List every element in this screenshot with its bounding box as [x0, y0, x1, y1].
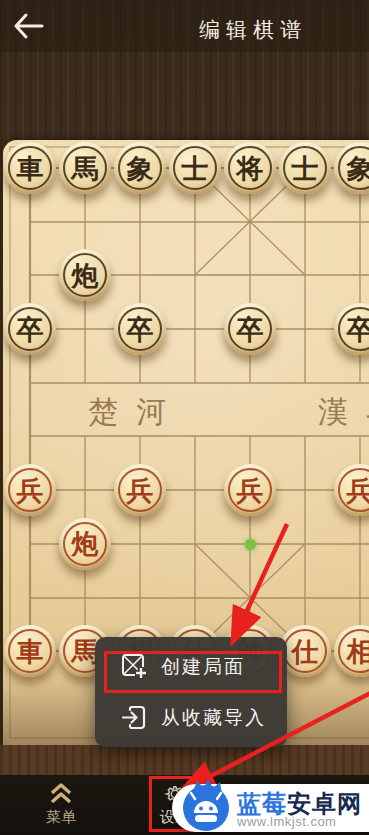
double-chevron-up-icon [48, 783, 74, 805]
nav-item-menu[interactable]: 菜单 [26, 775, 96, 835]
popup-item-import-favorites[interactable]: 从收藏导入 [95, 693, 287, 743]
popup-item-label: 从收藏导入 [161, 705, 266, 731]
wood-strip [0, 745, 369, 775]
back-button[interactable] [12, 11, 46, 41]
move-hint-dot [245, 539, 256, 550]
blueberry-android-mascot-logo [180, 776, 232, 835]
top-bar: 编辑棋谱 [0, 0, 369, 52]
site-watermark: 蓝莓安卓网 www.lmkjst.com [172, 784, 369, 832]
page-title: 编辑棋谱 [199, 16, 307, 44]
app-screen: 编辑棋谱 楚河 漢界 車馬象士将士象馬車炮炮卒卒卒卒卒兵兵兵兵兵炮炮車馬相仕帥仕… [0, 0, 369, 835]
import-from-favorites-icon [121, 704, 148, 731]
watermark-url: www.lmkjst.com [237, 814, 336, 829]
nav-menu-label: 菜单 [46, 808, 76, 827]
river-label-right: 漢界 [318, 394, 369, 429]
arrow-left-icon [12, 11, 46, 41]
annotation-box-create-position [104, 651, 282, 693]
river-label-left: 楚河 [88, 394, 184, 429]
